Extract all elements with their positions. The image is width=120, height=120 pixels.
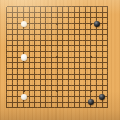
- intersection-Q2[interactable]: [88, 100, 94, 106]
- go-board-screenshot: [0, 0, 120, 120]
- intersection-D3[interactable]: [21, 94, 27, 100]
- intersection-R16[interactable]: [94, 21, 100, 27]
- intersection-S3[interactable]: [100, 94, 106, 100]
- intersection-D10[interactable]: [21, 55, 27, 61]
- go-board[interactable]: [4, 4, 111, 111]
- intersection-T1[interactable]: [105, 105, 111, 111]
- intersection-D16[interactable]: [21, 21, 27, 27]
